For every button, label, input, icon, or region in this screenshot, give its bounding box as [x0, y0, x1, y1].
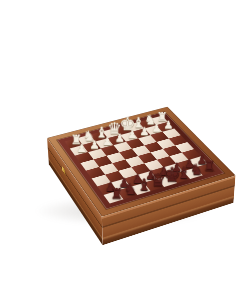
- chess-case: ♜♞♝♛♚♝♞♜♟♟♟♟♟♟♟♟♟♟♟♟♟♟♟♟♜♞♝♛♚♝♞♜: [47, 107, 236, 217]
- white-pawn[interactable]: ♟: [125, 129, 139, 140]
- white-pawn[interactable]: ♟: [138, 126, 152, 137]
- brass-clasp-icon: [62, 166, 66, 175]
- red-knight[interactable]: ♞: [189, 163, 204, 178]
- white-pawn[interactable]: ♟: [113, 132, 127, 143]
- white-pawn[interactable]: ♟: [88, 139, 102, 150]
- red-rook[interactable]: ♜: [109, 187, 124, 201]
- red-rook[interactable]: ♜: [202, 160, 217, 174]
- white-pawn[interactable]: ♟: [162, 119, 175, 130]
- red-knight[interactable]: ♞: [123, 182, 138, 197]
- white-pawn[interactable]: ♟: [100, 136, 114, 147]
- white-pawn[interactable]: ♟: [75, 142, 89, 153]
- white-pawn[interactable]: ♟: [150, 122, 163, 133]
- scene: ♜♞♝♛♚♝♞♜♟♟♟♟♟♟♟♟♟♟♟♟♟♟♟♟♜♞♝♛♚♝♞♜: [42, 70, 234, 250]
- product-photo: ♜♞♝♛♚♝♞♜♟♟♟♟♟♟♟♟♟♟♟♟♟♟♟♟♜♞♝♛♚♝♞♜: [0, 0, 240, 303]
- red-queen[interactable]: ♛: [150, 171, 165, 189]
- red-bishop[interactable]: ♝: [137, 177, 152, 193]
